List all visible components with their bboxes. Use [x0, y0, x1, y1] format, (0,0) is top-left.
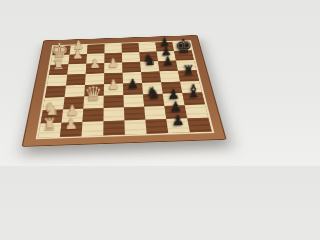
square-f3: ♛ [83, 96, 103, 109]
square-d7 [160, 71, 181, 82]
square-g8 [185, 105, 209, 119]
square-c4: ♟ [104, 62, 122, 73]
chessboard: ♟♟♚♟♟♚♜♟♟♞♟♜♟♟♛♞♟♝♞♟♟♜♟♟ [38, 41, 212, 137]
square-f8: ♝ [182, 92, 205, 105]
square-e4: ♟ [104, 84, 124, 96]
square-e1 [45, 86, 66, 98]
square-c2 [67, 64, 86, 75]
square-d8: ♜ [178, 70, 199, 81]
square-c8 [176, 60, 196, 71]
square-d5 [123, 72, 142, 84]
square-g5 [124, 107, 145, 121]
square-g3 [83, 108, 104, 122]
square-g6 [144, 106, 166, 120]
square-f1 [43, 97, 65, 110]
square-e3 [84, 84, 104, 96]
square-h2: ♟ [60, 122, 83, 137]
square-c6: ♞ [140, 61, 159, 72]
square-c1: ♜ [49, 64, 69, 75]
chessboard-photo-scene: ♟♟♚♟♟♚♜♟♟♞♟♜♟♟♛♞♟♝♞♟♟♜♟♟ [31, 0, 213, 166]
square-e2 [65, 85, 85, 97]
square-f2 [63, 96, 84, 109]
square-h8 [187, 118, 211, 133]
square-d1 [47, 75, 67, 87]
square-c5 [122, 62, 141, 73]
square-g7: ♟ [164, 105, 187, 119]
board-frame: ♟♟♚♟♟♚♜♟♟♞♟♜♟♟♛♞♟♝♞♟♟♜♟♟ [22, 35, 227, 147]
square-f7: ♟ [163, 93, 185, 106]
square-e8 [180, 81, 202, 93]
square-f5 [123, 94, 144, 107]
square-h4 [103, 121, 125, 136]
square-e6 [142, 82, 163, 94]
square-d4 [104, 73, 123, 85]
square-h1: ♜ [38, 123, 61, 138]
square-h7: ♟ [166, 118, 190, 133]
board-perspective-wrapper: ♟♟♚♟♟♚♜♟♟♞♟♜♟♟♛♞♟♝♞♟♟♜♟♟ [22, 35, 227, 147]
square-g4 [103, 107, 124, 121]
square-g1: ♞ [41, 110, 64, 124]
square-c7: ♟ [158, 61, 178, 72]
square-e7 [161, 82, 182, 94]
square-h6 [145, 119, 168, 134]
square-h5 [124, 120, 146, 135]
square-d3 [85, 73, 104, 85]
square-d6 [141, 71, 161, 82]
square-h3 [82, 121, 104, 136]
square-f6: ♞ [143, 94, 164, 107]
square-d2 [66, 74, 86, 86]
square-g2: ♟ [62, 109, 84, 123]
square-c3: ♟ [86, 63, 105, 74]
square-e5: ♟ [123, 83, 143, 95]
square-f4 [104, 95, 124, 108]
